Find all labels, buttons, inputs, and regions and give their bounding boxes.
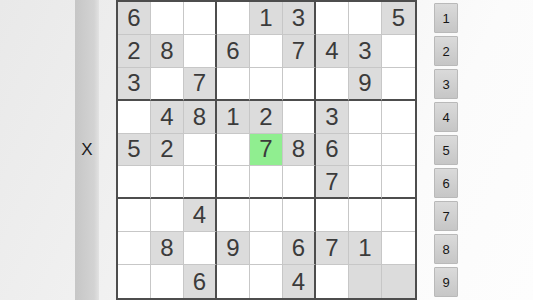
cell-r9c6[interactable]: 4: [283, 265, 316, 298]
cell-r6c1[interactable]: [118, 166, 151, 199]
numpad-button-9[interactable]: 9: [434, 267, 458, 297]
cell-r8c2[interactable]: 8: [151, 232, 184, 265]
cell-r1c1[interactable]: 6: [118, 2, 151, 35]
cell-r9c2[interactable]: [151, 265, 184, 298]
cell-r9c4[interactable]: [217, 265, 250, 298]
cell-r7c9[interactable]: [382, 199, 415, 232]
cell-r9c7[interactable]: [316, 265, 349, 298]
cell-r7c7[interactable]: [316, 199, 349, 232]
cell-r8c5[interactable]: [250, 232, 283, 265]
numpad-button-8[interactable]: 8: [434, 234, 458, 264]
cell-r4c4[interactable]: 1: [217, 101, 250, 134]
cell-r1c8[interactable]: [349, 2, 382, 35]
cell-r3c5[interactable]: [250, 68, 283, 101]
cell-r8c8[interactable]: 1: [349, 232, 382, 265]
cell-r2c4[interactable]: 6: [217, 35, 250, 68]
cell-r6c8[interactable]: [349, 166, 382, 199]
numpad-button-2[interactable]: 2: [434, 36, 458, 66]
numpad-button-1[interactable]: 1: [434, 3, 458, 33]
cell-r3c6[interactable]: [283, 68, 316, 101]
cell-r2c9[interactable]: [382, 35, 415, 68]
numpad-button-3[interactable]: 3: [434, 69, 458, 99]
cell-r1c3[interactable]: [184, 2, 217, 35]
cell-r9c5[interactable]: [250, 265, 283, 298]
cell-r7c8[interactable]: [349, 199, 382, 232]
cell-r4c9[interactable]: [382, 101, 415, 134]
cell-r3c9[interactable]: [382, 68, 415, 101]
cell-r6c5[interactable]: [250, 166, 283, 199]
cell-r2c2[interactable]: 8: [151, 35, 184, 68]
cell-r7c6[interactable]: [283, 199, 316, 232]
cell-r6c6[interactable]: [283, 166, 316, 199]
numpad-button-4[interactable]: 4: [434, 102, 458, 132]
sudoku-board: 61352867433794812352786748967164: [116, 0, 417, 300]
cell-r2c7[interactable]: 4: [316, 35, 349, 68]
cell-r3c2[interactable]: [151, 68, 184, 101]
cell-r9c1[interactable]: [118, 265, 151, 298]
cell-r4c8[interactable]: [349, 101, 382, 134]
cell-r9c3[interactable]: 6: [184, 265, 217, 298]
number-pad: 123456789: [434, 3, 458, 297]
cell-r2c1[interactable]: 2: [118, 35, 151, 68]
cell-r9c9[interactable]: [382, 265, 415, 298]
cell-r5c8[interactable]: [349, 134, 382, 167]
cell-r6c9[interactable]: [382, 166, 415, 199]
cell-r6c7[interactable]: 7: [316, 166, 349, 199]
cell-r1c4[interactable]: [217, 2, 250, 35]
cell-r5c6[interactable]: 8: [283, 134, 316, 167]
cell-r7c2[interactable]: [151, 199, 184, 232]
cell-r1c7[interactable]: [316, 2, 349, 35]
cell-r3c7[interactable]: [316, 68, 349, 101]
cell-r7c4[interactable]: [217, 199, 250, 232]
cell-r3c4[interactable]: [217, 68, 250, 101]
numpad-button-7[interactable]: 7: [434, 201, 458, 231]
cell-r8c7[interactable]: 7: [316, 232, 349, 265]
cell-r8c6[interactable]: 6: [283, 232, 316, 265]
cell-r4c1[interactable]: [118, 101, 151, 134]
cell-r8c9[interactable]: [382, 232, 415, 265]
cell-r8c4[interactable]: 9: [217, 232, 250, 265]
cell-r5c1[interactable]: 5: [118, 134, 151, 167]
cell-r4c6[interactable]: [283, 101, 316, 134]
close-panel-label: X: [81, 140, 92, 160]
cell-r8c3[interactable]: [184, 232, 217, 265]
cell-r5c9[interactable]: [382, 134, 415, 167]
cell-r7c3[interactable]: 4: [184, 199, 217, 232]
cell-r5c4[interactable]: [217, 134, 250, 167]
cell-r5c3[interactable]: [184, 134, 217, 167]
cell-r6c4[interactable]: [217, 166, 250, 199]
numpad-button-5[interactable]: 5: [434, 135, 458, 165]
cell-r4c2[interactable]: 4: [151, 101, 184, 134]
cell-r2c3[interactable]: [184, 35, 217, 68]
cell-r2c5[interactable]: [250, 35, 283, 68]
numpad-button-6[interactable]: 6: [434, 168, 458, 198]
cell-r1c9[interactable]: 5: [382, 2, 415, 35]
cell-r5c2[interactable]: 2: [151, 134, 184, 167]
cell-r2c6[interactable]: 7: [283, 35, 316, 68]
cell-r1c5[interactable]: 1: [250, 2, 283, 35]
cell-r3c8[interactable]: 9: [349, 68, 382, 101]
cell-r3c3[interactable]: 7: [184, 68, 217, 101]
cell-r4c5[interactable]: 2: [250, 101, 283, 134]
cell-r4c7[interactable]: 3: [316, 101, 349, 134]
cell-r6c2[interactable]: [151, 166, 184, 199]
cell-r1c6[interactable]: 3: [283, 2, 316, 35]
cell-r2c8[interactable]: 3: [349, 35, 382, 68]
cell-r1c2[interactable]: [151, 2, 184, 35]
cell-r5c7[interactable]: 6: [316, 134, 349, 167]
cell-r7c1[interactable]: [118, 199, 151, 232]
cell-r8c1[interactable]: [118, 232, 151, 265]
cell-r9c8[interactable]: [349, 265, 382, 298]
cell-r4c3[interactable]: 8: [184, 101, 217, 134]
close-panel-button[interactable]: X: [75, 0, 99, 300]
cell-r5c5[interactable]: 7: [250, 134, 283, 167]
cell-r7c5[interactable]: [250, 199, 283, 232]
cell-r6c3[interactable]: [184, 166, 217, 199]
cell-r3c1[interactable]: 3: [118, 68, 151, 101]
